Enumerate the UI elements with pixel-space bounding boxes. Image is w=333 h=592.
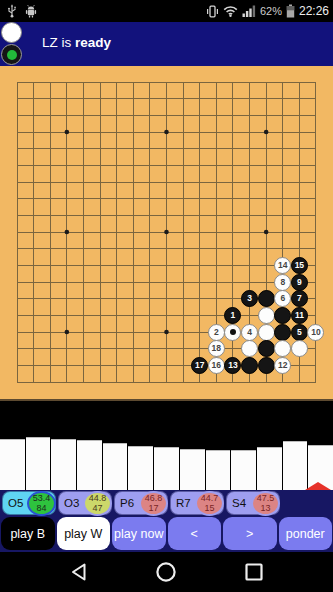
play-white-button[interactable]: play W: [57, 517, 111, 550]
candidate-moves-row: O553.484O344.847P646.817R744.715S447.513: [2, 491, 280, 515]
app-header: LZ is ready: [0, 22, 333, 66]
candidate-chip-R7[interactable]: R744.715: [170, 491, 224, 515]
play-now-button[interactable]: play now: [112, 517, 166, 550]
app-screen: 62% 22:26 LZ is ready 141589367111245101…: [0, 0, 333, 592]
stone-Q2: [258, 357, 275, 374]
star-point: [164, 330, 169, 335]
stone-T4: 10: [307, 324, 324, 341]
candidate-stats-badge: 46.817: [139, 491, 168, 516]
stone-R7: 8: [274, 274, 291, 291]
candidate-stats-badge: 53.484: [27, 491, 56, 516]
winrate-graph[interactable]: [0, 401, 333, 490]
battery-percent: 62%: [260, 5, 282, 17]
candidate-move-label: R7: [176, 497, 191, 509]
winrate-bar-3: [51, 439, 76, 490]
last-move-marker-icon: [230, 329, 236, 335]
battery-icon: [286, 4, 295, 18]
vibrate-icon: [206, 5, 219, 18]
stone-Q3: [258, 340, 275, 357]
engine-status-text: LZ is ready: [42, 35, 111, 50]
wifi-icon: [223, 5, 238, 17]
stone-M2: 17: [191, 357, 208, 374]
winrate-bar-7: [154, 447, 179, 490]
winrate-bar-10: [231, 450, 256, 490]
back-icon[interactable]: [70, 562, 88, 582]
candidate-stats-badge: 44.847: [83, 491, 112, 516]
stone-Q6: [258, 290, 275, 307]
prev-move-button[interactable]: <: [168, 517, 222, 550]
stone-S6: 7: [291, 290, 308, 307]
usb-icon: [7, 4, 17, 18]
candidate-chip-S4[interactable]: S447.513: [226, 491, 280, 515]
star-point: [264, 130, 269, 135]
stone-N4: 2: [208, 324, 225, 341]
winrate-bar-1: [0, 439, 25, 490]
recents-icon[interactable]: [244, 562, 264, 582]
star-point: [164, 130, 169, 135]
star-point: [164, 230, 169, 235]
candidate-move-label: O3: [64, 497, 79, 509]
android-nav-bar: [0, 552, 333, 592]
stone-S4: 5: [291, 324, 308, 341]
green-ready-light: [7, 50, 17, 60]
winrate-bar-5: [103, 443, 128, 490]
star-point: [65, 330, 70, 335]
winrate-bar-12: [283, 441, 308, 490]
winrate-bar-11: [257, 447, 282, 490]
control-buttons-row: play Bplay Wplay now<>ponder: [0, 517, 333, 550]
go-board[interactable]: 141589367111245101817161312: [0, 66, 333, 399]
bottom-panel: O553.484O344.847P646.817R744.715S447.513…: [0, 490, 333, 552]
stone-S8: 15: [291, 257, 308, 274]
winrate-bar-8: [180, 449, 205, 490]
android-debug-icon: [24, 5, 38, 18]
stone-N2: 16: [208, 357, 225, 374]
candidate-move-label: P6: [120, 497, 134, 509]
candidate-move-label: O5: [8, 497, 23, 509]
stone-P2: [241, 357, 258, 374]
stone-R4: [274, 324, 291, 341]
play-black-button[interactable]: play B: [1, 517, 55, 550]
stone-O4: [224, 324, 241, 341]
star-point: [65, 130, 70, 135]
stone-R5: [274, 307, 291, 324]
stone-R2: 12: [274, 357, 291, 374]
winrate-bar-2: [26, 437, 51, 490]
stone-S3: [291, 340, 308, 357]
star-point: [65, 230, 70, 235]
signal-icon: [242, 5, 256, 17]
clock: 22:26: [299, 4, 329, 18]
winrate-bar-6: [128, 446, 153, 490]
stone-R8: 14: [274, 257, 291, 274]
engine-status-indicator: [1, 44, 22, 65]
star-point: [264, 230, 269, 235]
stone-Q5: [258, 307, 275, 324]
home-icon[interactable]: [155, 561, 177, 583]
stone-N3: 18: [208, 340, 225, 357]
candidate-stats-badge: 47.513: [251, 491, 280, 516]
status-bar: 62% 22:26: [0, 0, 333, 22]
stone-S5: 11: [291, 307, 308, 324]
white-stone-indicator: [1, 22, 22, 43]
winrate-bar-9: [206, 450, 231, 490]
stone-P4: 4: [241, 324, 258, 341]
candidate-chip-O3[interactable]: O344.847: [58, 491, 112, 515]
candidate-stats-badge: 44.715: [195, 491, 224, 516]
candidate-chip-O5[interactable]: O553.484: [2, 491, 56, 515]
ponder-button[interactable]: ponder: [279, 517, 333, 550]
stone-Q4: [258, 324, 275, 341]
current-move-marker-icon: [305, 482, 331, 490]
candidate-chip-P6[interactable]: P646.817: [114, 491, 168, 515]
candidate-move-label: S4: [232, 497, 246, 509]
stone-S7: 9: [291, 274, 308, 291]
winrate-bar-4: [77, 440, 102, 490]
next-move-button[interactable]: >: [223, 517, 277, 550]
